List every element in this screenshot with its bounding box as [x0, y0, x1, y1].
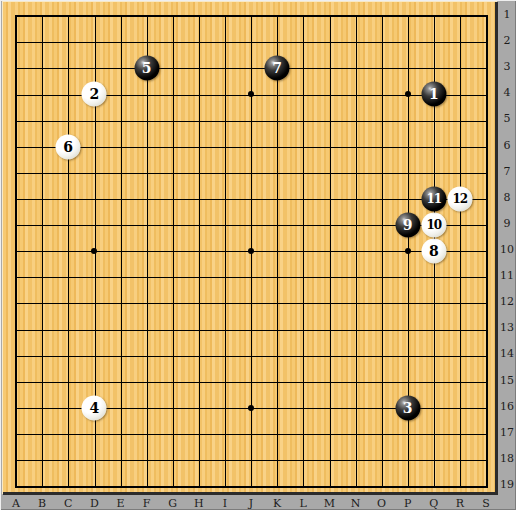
- star-point: [248, 405, 254, 411]
- column-label-M: M: [320, 498, 338, 510]
- white-stone-move-10: 10: [421, 212, 446, 237]
- white-stone-move-8: 8: [421, 238, 446, 263]
- row-label-4: 4: [498, 87, 516, 99]
- move-number: 4: [89, 395, 99, 420]
- column-label-C: C: [59, 498, 77, 510]
- move-number: 12: [453, 186, 468, 211]
- grid-line-vertical: [277, 15, 278, 486]
- star-point: [405, 91, 411, 97]
- row-label-16: 16: [498, 401, 516, 413]
- star-point: [248, 91, 254, 97]
- row-label-15: 15: [498, 375, 516, 387]
- star-point: [91, 248, 97, 254]
- grid-line-vertical: [303, 15, 304, 486]
- column-label-L: L: [294, 498, 312, 510]
- star-point: [405, 248, 411, 254]
- grid-line-horizontal: [15, 277, 486, 278]
- column-label-F: F: [138, 498, 156, 510]
- black-stone-move-1: 1: [421, 82, 446, 107]
- grid-line-horizontal: [15, 382, 486, 383]
- row-label-7: 7: [498, 166, 516, 178]
- row-label-10: 10: [498, 244, 516, 256]
- column-label-I: I: [216, 498, 234, 510]
- column-label-E: E: [111, 498, 129, 510]
- white-stone-move-4: 4: [82, 395, 107, 420]
- grid-line-vertical: [382, 15, 383, 486]
- move-number: 9: [403, 212, 413, 237]
- grid-line-vertical: [486, 15, 487, 486]
- row-label-19: 19: [498, 479, 516, 491]
- move-number: 6: [63, 134, 73, 159]
- row-label-3: 3: [498, 61, 516, 73]
- row-label-14: 14: [498, 348, 516, 360]
- row-label-13: 13: [498, 322, 516, 334]
- move-number: 2: [89, 82, 99, 107]
- black-stone-move-7: 7: [265, 56, 290, 81]
- column-label-N: N: [346, 498, 364, 510]
- grid-line-vertical: [460, 15, 461, 486]
- row-label-9: 9: [498, 218, 516, 230]
- star-point: [248, 248, 254, 254]
- grid-line-horizontal: [15, 303, 486, 304]
- row-label-2: 2: [498, 35, 516, 47]
- column-label-K: K: [268, 498, 286, 510]
- black-stone-move-5: 5: [134, 56, 159, 81]
- white-stone-move-12: 12: [447, 186, 472, 211]
- go-board[interactable]: 123456789101112ABCDEFGHIJKLMNOPQRS123456…: [0, 0, 516, 510]
- grid-line-vertical: [356, 15, 357, 486]
- grid-line-vertical: [330, 15, 331, 486]
- move-number: 5: [142, 56, 152, 81]
- grid-line-horizontal: [15, 486, 486, 487]
- row-label-8: 8: [498, 192, 516, 204]
- column-label-R: R: [451, 498, 469, 510]
- grid-line-horizontal: [15, 330, 486, 331]
- black-stone-move-9: 9: [395, 212, 420, 237]
- grid-line-horizontal: [15, 434, 486, 435]
- row-label-1: 1: [498, 9, 516, 21]
- column-label-P: P: [399, 498, 417, 510]
- white-stone-move-2: 2: [82, 82, 107, 107]
- column-label-B: B: [33, 498, 51, 510]
- move-number: 7: [272, 56, 282, 81]
- row-label-6: 6: [498, 140, 516, 152]
- row-label-11: 11: [498, 270, 516, 282]
- row-label-12: 12: [498, 296, 516, 308]
- go-diagram-window: 123456789101112ABCDEFGHIJKLMNOPQRS123456…: [0, 0, 516, 510]
- black-stone-move-3: 3: [395, 395, 420, 420]
- white-stone-move-6: 6: [56, 134, 81, 159]
- row-label-17: 17: [498, 427, 516, 439]
- column-label-H: H: [190, 498, 208, 510]
- move-number: 11: [426, 186, 441, 211]
- column-label-G: G: [164, 498, 182, 510]
- move-number: 8: [429, 238, 439, 263]
- column-label-A: A: [7, 498, 25, 510]
- move-number: 1: [429, 82, 439, 107]
- column-label-D: D: [85, 498, 103, 510]
- column-label-S: S: [477, 498, 495, 510]
- grid-line-horizontal: [15, 356, 486, 357]
- column-label-Q: Q: [425, 498, 443, 510]
- row-label-5: 5: [498, 113, 516, 125]
- move-number: 3: [403, 395, 413, 420]
- grid-line-horizontal: [15, 460, 486, 461]
- column-label-O: O: [373, 498, 391, 510]
- column-label-J: J: [242, 498, 260, 510]
- move-number: 10: [426, 212, 441, 237]
- black-stone-move-11: 11: [421, 186, 446, 211]
- row-label-18: 18: [498, 453, 516, 465]
